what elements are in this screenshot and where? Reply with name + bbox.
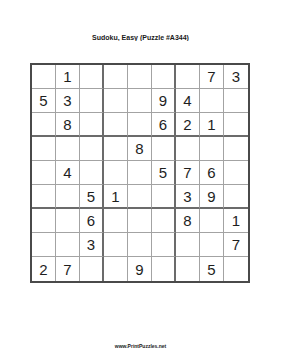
cell-r4c6 [152, 137, 176, 161]
cell-r6c7: 3 [176, 185, 200, 209]
cell-r3c9 [224, 113, 248, 137]
cell-r1c1 [32, 65, 56, 89]
cell-r5c6: 5 [152, 161, 176, 185]
cell-r1c9: 3 [224, 65, 248, 89]
cell-r8c4 [104, 233, 128, 257]
cell-r2c1: 5 [32, 89, 56, 113]
cell-r8c3: 3 [80, 233, 104, 257]
cell-r1c2: 1 [56, 65, 80, 89]
cell-r5c5 [128, 161, 152, 185]
cell-r8c9: 7 [224, 233, 248, 257]
cell-r4c9 [224, 137, 248, 161]
puzzle-title: Sudoku, Easy (Puzzle #A344) [70, 33, 211, 41]
cell-r5c8: 6 [200, 161, 224, 185]
cell-r2c6: 9 [152, 89, 176, 113]
cell-r4c7 [176, 137, 200, 161]
cell-r7c7: 8 [176, 209, 200, 233]
cell-r5c9 [224, 161, 248, 185]
cell-r6c6 [152, 185, 176, 209]
cell-r3c7: 2 [176, 113, 200, 137]
cell-r4c5: 8 [128, 137, 152, 161]
cell-r9c7 [176, 257, 200, 281]
cell-r4c2 [56, 137, 80, 161]
cell-r5c4 [104, 161, 128, 185]
cell-r2c4 [104, 89, 128, 113]
cell-r8c8 [200, 233, 224, 257]
cell-r3c6: 6 [152, 113, 176, 137]
site-url: www.PrintPuzzles.net [70, 343, 211, 349]
cell-r6c3: 5 [80, 185, 104, 209]
cell-r7c2 [56, 209, 80, 233]
cell-r5c3 [80, 161, 104, 185]
cell-r9c2: 7 [56, 257, 80, 281]
cell-r2c3 [80, 89, 104, 113]
cell-r4c3 [80, 137, 104, 161]
puzzle-page: Sudoku, Easy (Puzzle #A344) 173539486218… [0, 0, 281, 363]
cell-r7c3: 6 [80, 209, 104, 233]
cell-r2c5 [128, 89, 152, 113]
cell-r4c1 [32, 137, 56, 161]
cell-r4c4 [104, 137, 128, 161]
cell-r8c2 [56, 233, 80, 257]
cell-r6c1 [32, 185, 56, 209]
cell-r4c8 [200, 137, 224, 161]
sudoku-grid: 17353948621845765139681372795 [30, 63, 250, 283]
cell-r7c1 [32, 209, 56, 233]
cell-r8c6 [152, 233, 176, 257]
cell-r2c8 [200, 89, 224, 113]
cell-r1c4 [104, 65, 128, 89]
cell-r3c5 [128, 113, 152, 137]
cell-r6c2 [56, 185, 80, 209]
cell-r5c2: 4 [56, 161, 80, 185]
cell-r9c5: 9 [128, 257, 152, 281]
cell-r8c7 [176, 233, 200, 257]
cell-r9c6 [152, 257, 176, 281]
cell-r9c8: 5 [200, 257, 224, 281]
cell-r8c1 [32, 233, 56, 257]
cell-r3c2: 8 [56, 113, 80, 137]
cell-r2c7: 4 [176, 89, 200, 113]
cell-r6c4: 1 [104, 185, 128, 209]
cell-r6c5 [128, 185, 152, 209]
cell-r9c4 [104, 257, 128, 281]
cell-r2c9 [224, 89, 248, 113]
cell-r1c7 [176, 65, 200, 89]
cell-r9c9 [224, 257, 248, 281]
cell-r1c3 [80, 65, 104, 89]
cell-r7c6 [152, 209, 176, 233]
cell-r7c9: 1 [224, 209, 248, 233]
cell-r1c6 [152, 65, 176, 89]
cell-r7c8 [200, 209, 224, 233]
cell-r7c5 [128, 209, 152, 233]
cell-r1c8: 7 [200, 65, 224, 89]
cell-r6c8: 9 [200, 185, 224, 209]
cell-r5c1 [32, 161, 56, 185]
cell-r9c1: 2 [32, 257, 56, 281]
cell-r9c3 [80, 257, 104, 281]
cell-r3c4 [104, 113, 128, 137]
cell-r8c5 [128, 233, 152, 257]
cell-r3c8: 1 [200, 113, 224, 137]
cell-r3c1 [32, 113, 56, 137]
cell-r2c2: 3 [56, 89, 80, 113]
cell-r7c4 [104, 209, 128, 233]
cell-r3c3 [80, 113, 104, 137]
cell-r5c7: 7 [176, 161, 200, 185]
cell-r6c9 [224, 185, 248, 209]
cell-r1c5 [128, 65, 152, 89]
